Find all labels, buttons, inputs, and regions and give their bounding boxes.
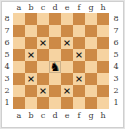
rank-label-5: 5 (2, 49, 12, 61)
black-knight-icon[interactable]: ♞ (50, 61, 61, 73)
file-label-f: f (73, 2, 85, 13)
rank-label-3: 3 (110, 73, 122, 85)
square-f7[interactable] (73, 25, 85, 37)
square-b1[interactable] (25, 97, 37, 109)
file-label-c: c (37, 110, 49, 121)
file-label-g: g (85, 2, 97, 13)
file-labels-bottom: abcdefgh (13, 110, 109, 121)
square-a5[interactable] (13, 49, 25, 61)
square-b7[interactable] (25, 25, 37, 37)
square-h4[interactable] (97, 61, 109, 73)
square-c5[interactable] (37, 49, 49, 61)
square-c6[interactable]: × (37, 37, 49, 49)
square-d6[interactable] (49, 37, 61, 49)
file-labels-top: abcdefgh (13, 2, 109, 13)
file-label-b: b (25, 110, 37, 121)
square-f1[interactable] (73, 97, 85, 109)
square-a3[interactable] (13, 73, 25, 85)
square-d7[interactable] (49, 25, 61, 37)
square-c2[interactable]: × (37, 85, 49, 97)
square-b6[interactable] (25, 37, 37, 49)
file-label-a: a (13, 110, 25, 121)
rank-label-8: 8 (2, 13, 12, 25)
file-label-a: a (13, 2, 25, 13)
move-target-marker: × (63, 37, 71, 49)
file-label-b: b (25, 2, 37, 13)
square-h5[interactable] (97, 49, 109, 61)
square-g8[interactable] (85, 13, 97, 25)
rank-label-3: 3 (2, 73, 12, 85)
square-f4[interactable] (73, 61, 85, 73)
square-d1[interactable] (49, 97, 61, 109)
rank-label-8: 8 (110, 13, 122, 25)
square-e4[interactable] (61, 61, 73, 73)
square-g6[interactable] (85, 37, 97, 49)
chess-board: ××××♞×××× (13, 13, 109, 109)
square-b3[interactable]: × (25, 73, 37, 85)
square-c1[interactable] (37, 97, 49, 109)
square-b2[interactable] (25, 85, 37, 97)
rank-label-7: 7 (110, 25, 122, 37)
rank-label-6: 6 (2, 37, 12, 49)
rank-label-7: 7 (2, 25, 12, 37)
square-c8[interactable] (37, 13, 49, 25)
square-c3[interactable] (37, 73, 49, 85)
square-d2[interactable] (49, 85, 61, 97)
square-e2[interactable]: × (61, 85, 73, 97)
rank-label-4: 4 (2, 61, 12, 73)
square-a6[interactable] (13, 37, 25, 49)
rank-labels-right: 87654321 (110, 13, 122, 109)
square-g4[interactable] (85, 61, 97, 73)
rank-label-4: 4 (110, 61, 122, 73)
file-label-h: h (97, 2, 109, 13)
file-label-e: e (61, 2, 73, 13)
rank-label-6: 6 (110, 37, 122, 49)
square-e1[interactable] (61, 97, 73, 109)
square-h8[interactable] (97, 13, 109, 25)
square-h1[interactable] (97, 97, 109, 109)
square-b5[interactable]: × (25, 49, 37, 61)
rank-label-5: 5 (110, 49, 122, 61)
square-g5[interactable] (85, 49, 97, 61)
rank-labels-left: 87654321 (2, 13, 12, 109)
file-label-d: d (49, 110, 61, 121)
square-f6[interactable] (73, 37, 85, 49)
square-f5[interactable]: × (73, 49, 85, 61)
square-e7[interactable] (61, 25, 73, 37)
file-label-f: f (73, 110, 85, 121)
square-b8[interactable] (25, 13, 37, 25)
square-h3[interactable] (97, 73, 109, 85)
square-d3[interactable] (49, 73, 61, 85)
rank-label-1: 1 (110, 97, 122, 109)
rank-label-2: 2 (110, 85, 122, 97)
square-d4[interactable]: ♞ (49, 61, 61, 73)
square-g7[interactable] (85, 25, 97, 37)
square-e3[interactable] (61, 73, 73, 85)
square-a4[interactable] (13, 61, 25, 73)
file-label-d: d (49, 2, 61, 13)
rank-label-1: 1 (2, 97, 12, 109)
file-label-h: h (97, 110, 109, 121)
square-b4[interactable] (25, 61, 37, 73)
move-target-marker: × (27, 49, 35, 61)
square-h7[interactable] (97, 25, 109, 37)
file-label-e: e (61, 110, 73, 121)
square-a8[interactable] (13, 13, 25, 25)
square-d8[interactable] (49, 13, 61, 25)
move-target-marker: × (75, 49, 83, 61)
square-e8[interactable] (61, 13, 73, 25)
move-target-marker: × (39, 37, 47, 49)
square-f8[interactable] (73, 13, 85, 25)
rank-label-2: 2 (2, 85, 12, 97)
square-e5[interactable] (61, 49, 73, 61)
square-e6[interactable]: × (61, 37, 73, 49)
move-target-marker: × (39, 85, 47, 97)
file-label-g: g (85, 110, 97, 121)
chess-diagram: abcdefgh 87654321 ××××♞×××× 87654321 abc… (0, 0, 125, 129)
square-h2[interactable] (97, 85, 109, 97)
square-f2[interactable] (73, 85, 85, 97)
move-target-marker: × (63, 85, 71, 97)
move-target-marker: × (75, 73, 83, 85)
square-f3[interactable]: × (73, 73, 85, 85)
square-c7[interactable] (37, 25, 49, 37)
square-g2[interactable] (85, 85, 97, 97)
square-a2[interactable] (13, 85, 25, 97)
square-g3[interactable] (85, 73, 97, 85)
square-g1[interactable] (85, 97, 97, 109)
square-a7[interactable] (13, 25, 25, 37)
square-c4[interactable] (37, 61, 49, 73)
square-a1[interactable] (13, 97, 25, 109)
move-target-marker: × (27, 73, 35, 85)
square-h6[interactable] (97, 37, 109, 49)
file-label-c: c (37, 2, 49, 13)
